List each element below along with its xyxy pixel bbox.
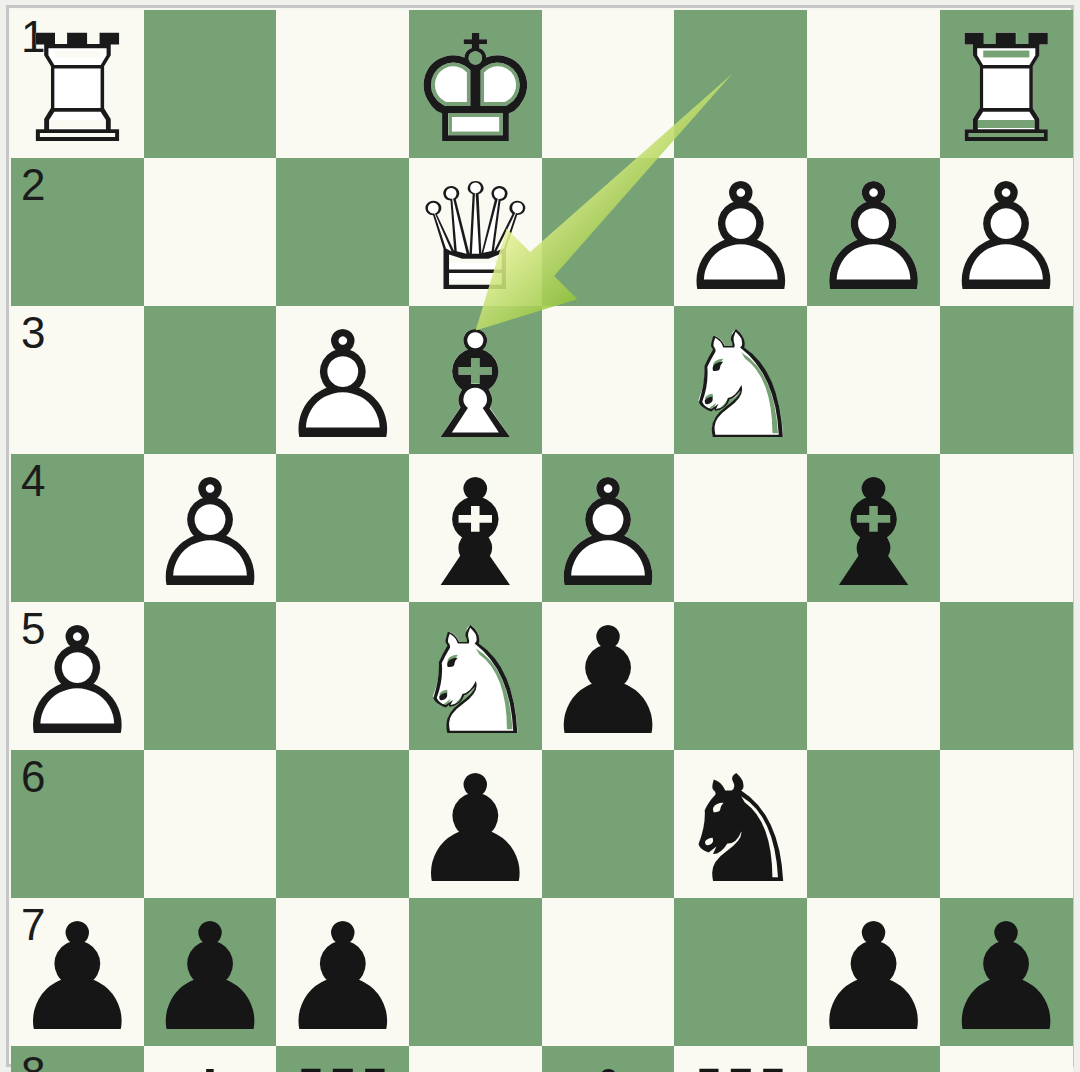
- rank-label-6: 6: [21, 755, 45, 799]
- black-king[interactable]: ♚♔: [144, 1052, 277, 1072]
- square-g6[interactable]: [144, 750, 277, 898]
- square-e8[interactable]: e: [409, 1046, 542, 1072]
- square-c7[interactable]: [674, 898, 807, 1046]
- white-pawn[interactable]: ♟♙: [542, 460, 675, 608]
- square-a1[interactable]: ♜♖: [940, 10, 1073, 158]
- white-king-outline: ♔: [409, 16, 542, 164]
- black-pawn[interactable]: ♟♙: [144, 904, 277, 1052]
- white-rook-outline: ♖: [940, 16, 1073, 164]
- rank-label-4: 4: [21, 459, 45, 503]
- white-pawn-outline: ♙: [940, 164, 1073, 312]
- black-pawn[interactable]: ♟♙: [276, 904, 409, 1052]
- black-pawn[interactable]: ♟♙: [11, 904, 144, 1052]
- square-b3[interactable]: [807, 306, 940, 454]
- square-h5[interactable]: 5♟♙: [11, 602, 144, 750]
- square-c8[interactable]: c♜♖: [674, 1046, 807, 1072]
- rank-label-2: 2: [21, 163, 45, 207]
- square-c3[interactable]: ♞♘: [674, 306, 807, 454]
- white-pawn[interactable]: ♟♙: [807, 164, 940, 312]
- black-queen[interactable]: ♛♕: [542, 1052, 675, 1072]
- square-b2[interactable]: ♟♙: [807, 158, 940, 306]
- square-f6[interactable]: [276, 750, 409, 898]
- square-g8[interactable]: g♚♔: [144, 1046, 277, 1072]
- white-pawn[interactable]: ♟♙: [144, 460, 277, 608]
- square-d6[interactable]: [542, 750, 675, 898]
- square-c4[interactable]: [674, 454, 807, 602]
- square-h7[interactable]: 7♟♙: [11, 898, 144, 1046]
- square-e2[interactable]: ♛♕: [409, 158, 542, 306]
- white-pawn[interactable]: ♟♙: [11, 608, 144, 756]
- square-f7[interactable]: ♟♙: [276, 898, 409, 1046]
- square-g3[interactable]: [144, 306, 277, 454]
- white-queen[interactable]: ♛♕: [409, 164, 542, 312]
- black-knight[interactable]: ♞♘: [674, 756, 807, 904]
- chess-app: { "game": "chess", "orientation": "black…: [0, 0, 1080, 1072]
- square-e6[interactable]: ♟♙: [409, 750, 542, 898]
- white-knight-outline: ♘: [409, 608, 542, 756]
- square-h6[interactable]: 6: [11, 750, 144, 898]
- square-d3[interactable]: [542, 306, 675, 454]
- square-h4[interactable]: 4: [11, 454, 144, 602]
- white-pawn-outline: ♙: [807, 164, 940, 312]
- white-pawn[interactable]: ♟♙: [940, 164, 1073, 312]
- square-a2[interactable]: ♟♙: [940, 158, 1073, 306]
- square-c5[interactable]: [674, 602, 807, 750]
- square-e7[interactable]: [409, 898, 542, 1046]
- square-g7[interactable]: ♟♙: [144, 898, 277, 1046]
- white-rook-outline: ♖: [11, 16, 144, 164]
- square-c6[interactable]: ♞♘: [674, 750, 807, 898]
- square-d8[interactable]: d♛♕: [542, 1046, 675, 1072]
- rank-label-8: 8: [21, 1051, 45, 1072]
- square-f2[interactable]: [276, 158, 409, 306]
- rank-label-3: 3: [21, 311, 45, 355]
- black-bishop[interactable]: ♝♗: [409, 460, 542, 608]
- square-d2[interactable]: [542, 158, 675, 306]
- square-e1[interactable]: ♚♔: [409, 10, 542, 158]
- black-rook[interactable]: ♜♖: [276, 1052, 409, 1072]
- square-d7[interactable]: [542, 898, 675, 1046]
- square-a8[interactable]: a: [940, 1046, 1073, 1072]
- square-h8[interactable]: 8h: [11, 1046, 144, 1072]
- white-bishop-outline: ♗: [409, 312, 542, 460]
- black-bishop[interactable]: ♝♗: [807, 460, 940, 608]
- board-frame: 1♜♖♚♔♜♖2♛♕♟♙♟♙♟♙3♟♙♝♗♞♘4♟♙♝♗♟♙♝♗5♟♙♞♘♟♙6…: [6, 5, 1074, 1067]
- square-a5[interactable]: [940, 602, 1073, 750]
- white-queen-outline: ♕: [409, 164, 542, 312]
- white-pawn-outline: ♙: [542, 460, 675, 608]
- square-d5[interactable]: ♟♙: [542, 602, 675, 750]
- square-g4[interactable]: ♟♙: [144, 454, 277, 602]
- square-h2[interactable]: 2: [11, 158, 144, 306]
- square-d1[interactable]: [542, 10, 675, 158]
- square-a3[interactable]: [940, 306, 1073, 454]
- square-d4[interactable]: ♟♙: [542, 454, 675, 602]
- square-f1[interactable]: [276, 10, 409, 158]
- white-pawn-outline: ♙: [144, 460, 277, 608]
- square-b4[interactable]: ♝♗: [807, 454, 940, 602]
- black-pawn[interactable]: ♟♙: [409, 756, 542, 904]
- square-f8[interactable]: f♜♖: [276, 1046, 409, 1072]
- square-g1[interactable]: [144, 10, 277, 158]
- square-b1[interactable]: [807, 10, 940, 158]
- white-king[interactable]: ♚♔: [409, 16, 542, 164]
- white-pawn[interactable]: ♟♙: [674, 164, 807, 312]
- square-b5[interactable]: [807, 602, 940, 750]
- white-knight[interactable]: ♞♘: [674, 312, 807, 460]
- square-b6[interactable]: [807, 750, 940, 898]
- white-knight-outline: ♘: [674, 312, 807, 460]
- square-b8[interactable]: b: [807, 1046, 940, 1072]
- white-pawn-outline: ♙: [276, 312, 409, 460]
- square-g5[interactable]: [144, 602, 277, 750]
- white-rook[interactable]: ♜♖: [11, 16, 144, 164]
- square-f3[interactable]: ♟♙: [276, 306, 409, 454]
- square-f4[interactable]: [276, 454, 409, 602]
- white-knight[interactable]: ♞♘: [409, 608, 542, 756]
- square-b7[interactable]: ♟♙: [807, 898, 940, 1046]
- square-e5[interactable]: ♞♘: [409, 602, 542, 750]
- square-g2[interactable]: [144, 158, 277, 306]
- black-pawn[interactable]: ♟♙: [807, 904, 940, 1052]
- square-f5[interactable]: [276, 602, 409, 750]
- white-pawn-outline: ♙: [674, 164, 807, 312]
- square-h3[interactable]: 3: [11, 306, 144, 454]
- white-bishop[interactable]: ♝♗: [409, 312, 542, 460]
- square-e4[interactable]: ♝♗: [409, 454, 542, 602]
- square-c2[interactable]: ♟♙: [674, 158, 807, 306]
- square-a4[interactable]: [940, 454, 1073, 602]
- square-a6[interactable]: [940, 750, 1073, 898]
- black-pawn[interactable]: ♟♙: [940, 904, 1073, 1052]
- white-pawn-outline: ♙: [11, 608, 144, 756]
- square-h1[interactable]: 1♜♖: [11, 10, 144, 158]
- square-c1[interactable]: [674, 10, 807, 158]
- white-rook[interactable]: ♜♖: [940, 16, 1073, 164]
- chess-board: 1♜♖♚♔♜♖2♛♕♟♙♟♙♟♙3♟♙♝♗♞♘4♟♙♝♗♟♙♝♗5♟♙♞♘♟♙6…: [11, 10, 1063, 1062]
- square-e3[interactable]: ♝♗: [409, 306, 542, 454]
- black-pawn[interactable]: ♟♙: [542, 608, 675, 756]
- white-pawn[interactable]: ♟♙: [276, 312, 409, 460]
- square-a7[interactable]: ♟♙: [940, 898, 1073, 1046]
- black-rook[interactable]: ♜♖: [674, 1052, 807, 1072]
